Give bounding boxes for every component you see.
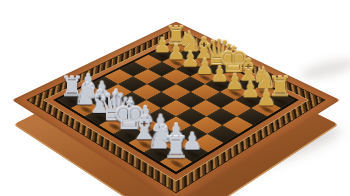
chess-case-3d: ♜♞♝♛♚♝♞♜♟♟♟♟♟♟♟♟♟♟♟♟♟♟♟♟♜♞♝♛♚♝♞♜ xyxy=(12,21,340,196)
piece-brass-pawn-h7[interactable]: ♟ xyxy=(249,58,283,109)
chess-photo-scene: ♜♞♝♛♚♝♞♜♟♟♟♟♟♟♟♟♟♟♟♟♟♟♟♟♜♞♝♛♚♝♞♜ xyxy=(0,0,350,196)
case-leather-top: ♜♞♝♛♚♝♞♜♟♟♟♟♟♟♟♟♟♟♟♟♟♟♟♟♜♞♝♛♚♝♞♜ xyxy=(12,21,340,196)
cast-shadow xyxy=(299,55,350,82)
piece-silver-rook-h1[interactable]: ♜ xyxy=(157,107,194,162)
